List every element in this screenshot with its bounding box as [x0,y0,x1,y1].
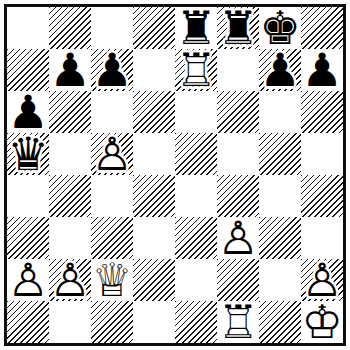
white-pawn-piece: ♟♙ [49,259,91,301]
white-pawn-piece: ♟♙ [217,217,259,259]
square-e3[interactable] [175,217,217,259]
square-a1[interactable] [7,301,49,343]
square-c5[interactable]: ♟♙ [91,133,133,175]
white-queen-piece: ♛♕ [91,259,133,301]
square-b5[interactable] [49,133,91,175]
black-pawn-piece: ♟♟ [301,49,343,91]
square-a5[interactable]: ♛♛ [7,133,49,175]
square-g5[interactable] [259,133,301,175]
square-d2[interactable] [133,259,175,301]
square-b1[interactable] [49,301,91,343]
square-g1[interactable] [259,301,301,343]
square-e4[interactable] [175,175,217,217]
square-f8[interactable]: ♜♜ [217,7,259,49]
piece-glyph: ♖ [217,301,259,343]
square-a2[interactable]: ♟♙ [7,259,49,301]
square-h1[interactable]: ♚♔ [301,301,343,343]
square-f1[interactable]: ♜♖ [217,301,259,343]
piece-glyph: ♜ [217,7,259,49]
piece-glyph: ♙ [49,259,91,301]
square-e7[interactable]: ♜♖ [175,49,217,91]
square-d4[interactable] [133,175,175,217]
square-e2[interactable] [175,259,217,301]
piece-glyph: ♛ [7,133,49,175]
square-h7[interactable]: ♟♟ [301,49,343,91]
chess-board: ♜♜♜♜♚♚♟♟♟♟♜♖♟♟♟♟♟♟♛♛♟♙♟♙♟♙♟♙♛♕♟♙♜♖♚♔ [4,4,346,346]
square-g6[interactable] [259,91,301,133]
piece-glyph: ♙ [91,133,133,175]
piece-glyph: ♙ [217,217,259,259]
chess-diagram: ♜♜♜♜♚♚♟♟♟♟♜♖♟♟♟♟♟♟♛♛♟♙♟♙♟♙♟♙♛♕♟♙♜♖♚♔ Che… [0,0,350,350]
piece-glyph: ♟ [259,49,301,91]
square-f7[interactable] [217,49,259,91]
white-rook-piece: ♜♖ [175,49,217,91]
piece-glyph: ♟ [301,49,343,91]
square-g7[interactable]: ♟♟ [259,49,301,91]
square-e1[interactable] [175,301,217,343]
square-a4[interactable] [7,175,49,217]
square-d8[interactable] [133,7,175,49]
square-c2[interactable]: ♛♕ [91,259,133,301]
square-d6[interactable] [133,91,175,133]
white-pawn-piece: ♟♙ [7,259,49,301]
white-rook-piece: ♜♖ [217,301,259,343]
square-e5[interactable] [175,133,217,175]
piece-glyph: ♖ [175,49,217,91]
piece-glyph: ♔ [301,301,343,343]
black-pawn-piece: ♟♟ [49,49,91,91]
square-h5[interactable] [301,133,343,175]
square-g3[interactable] [259,217,301,259]
square-b6[interactable] [49,91,91,133]
square-d7[interactable] [133,49,175,91]
white-pawn-piece: ♟♙ [91,133,133,175]
square-d3[interactable] [133,217,175,259]
white-king-piece: ♚♔ [301,301,343,343]
black-pawn-piece: ♟♟ [91,49,133,91]
square-c7[interactable]: ♟♟ [91,49,133,91]
square-f6[interactable] [217,91,259,133]
square-b4[interactable] [49,175,91,217]
square-h6[interactable] [301,91,343,133]
square-h4[interactable] [301,175,343,217]
square-g4[interactable] [259,175,301,217]
square-d1[interactable] [133,301,175,343]
black-queen-piece: ♛♛ [7,133,49,175]
square-b2[interactable]: ♟♙ [49,259,91,301]
piece-glyph: ♟ [91,49,133,91]
square-f5[interactable] [217,133,259,175]
square-f3[interactable]: ♟♙ [217,217,259,259]
piece-glyph: ♕ [91,259,133,301]
square-e6[interactable] [175,91,217,133]
square-d5[interactable] [133,133,175,175]
piece-glyph: ♙ [7,259,49,301]
square-c1[interactable] [91,301,133,343]
black-rook-piece: ♜♜ [217,7,259,49]
square-c4[interactable] [91,175,133,217]
square-b7[interactable]: ♟♟ [49,49,91,91]
square-a8[interactable] [7,7,49,49]
black-pawn-piece: ♟♟ [259,49,301,91]
square-g2[interactable] [259,259,301,301]
piece-glyph: ♟ [49,49,91,91]
